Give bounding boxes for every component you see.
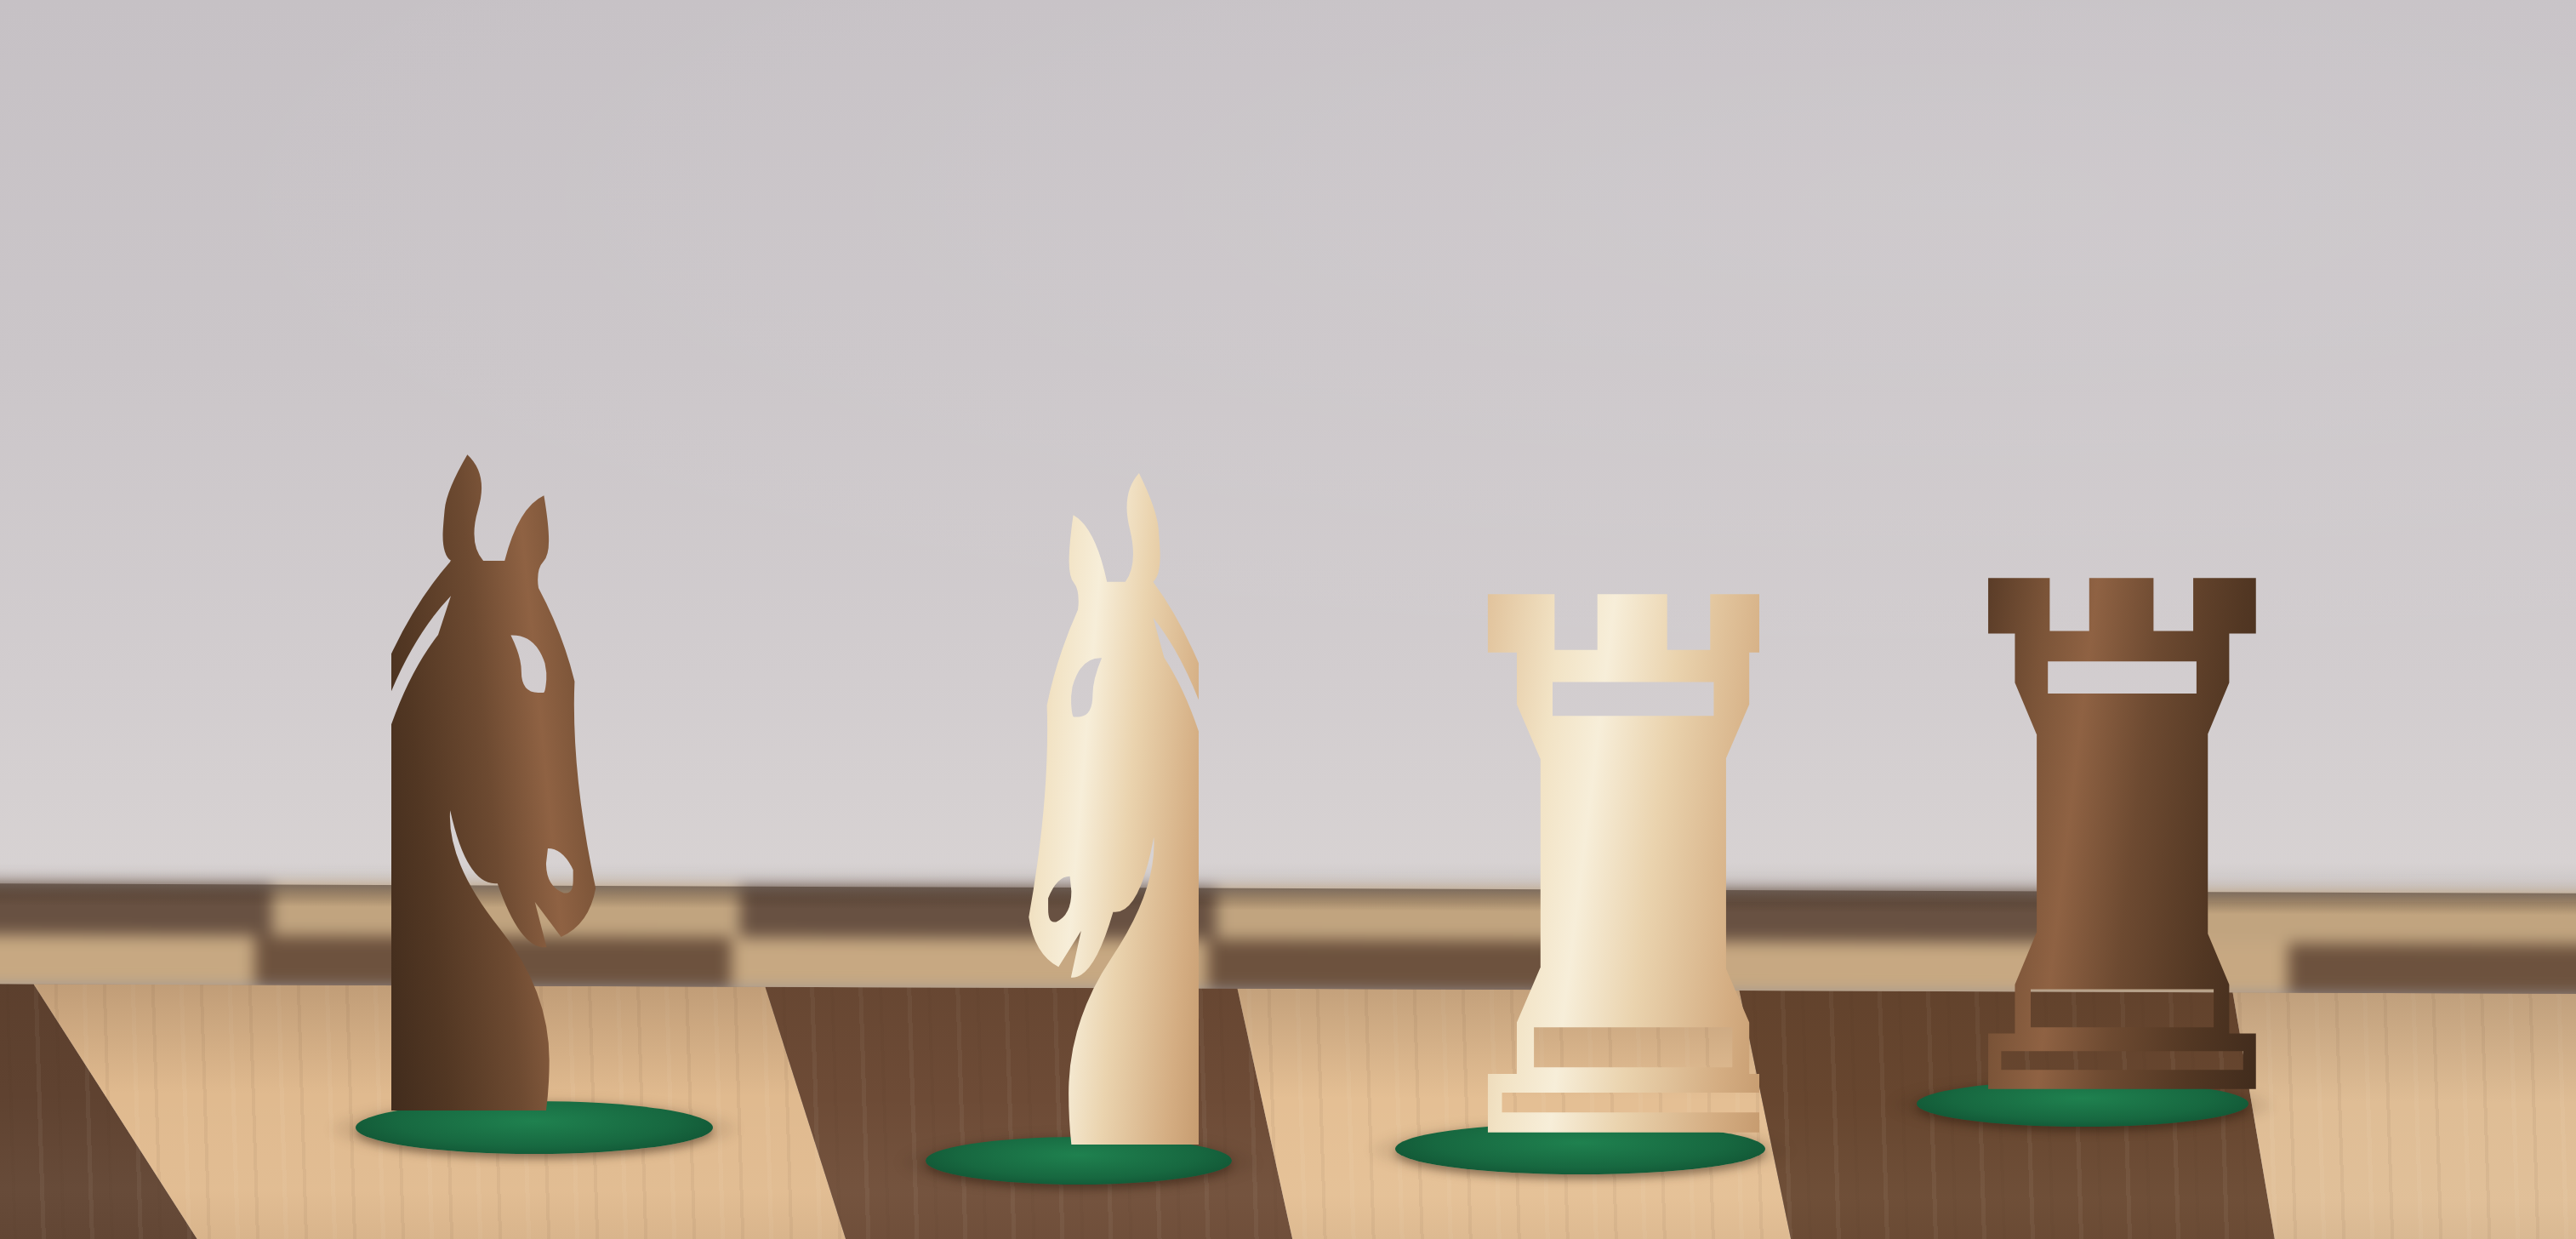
square-far-light [0,934,255,986]
light-knight-piece[interactable]: ♞ [824,460,1334,1195]
rook-glyph: ♜ [1909,567,2256,1127]
chess-photo-scene: ♞ ♞ ♜ ♜ [0,0,2576,1239]
light-rook-piece[interactable]: ♜ [1325,582,1836,1172]
rook-glyph: ♜ [1402,582,1759,1172]
dark-knight-piece[interactable]: ♞ [279,441,789,1159]
knight-glyph: ♞ [391,441,677,1159]
knight-glyph: ♞ [959,460,1199,1195]
dark-rook-piece[interactable]: ♜ [1827,567,2338,1127]
